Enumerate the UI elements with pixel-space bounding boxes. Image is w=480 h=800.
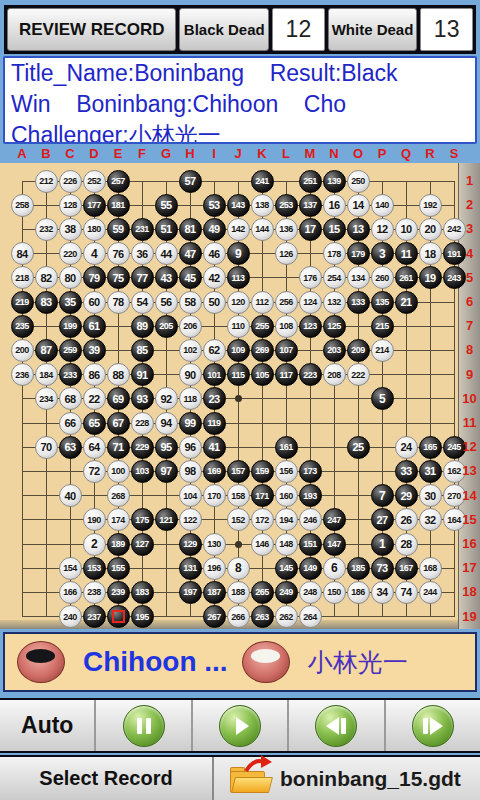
stone-L2: 253 — [275, 194, 298, 217]
stone-D8: 39 — [83, 339, 106, 362]
stone-J15: 152 — [227, 508, 250, 531]
file-bar: Select Record boninbang_15.gdt — [0, 755, 480, 800]
stone-D15: 190 — [83, 508, 106, 531]
stone-P15: 27 — [371, 508, 394, 531]
stone-O9: 222 — [347, 363, 370, 386]
stone-K15: 172 — [251, 508, 274, 531]
file-name: boninbang_15.gdt — [280, 767, 461, 791]
stone-G12: 95 — [155, 436, 178, 459]
info-line-2: Win Boninbang:Chihoon Cho — [11, 89, 469, 120]
stone-I17: 196 — [203, 557, 226, 580]
stone-F3: 231 — [131, 218, 154, 241]
stone-E2: 181 — [107, 194, 130, 217]
stone-Q4: 11 — [395, 242, 418, 265]
stone-E6: 78 — [107, 291, 130, 314]
stone-G2: 55 — [155, 194, 178, 217]
stone-C1: 226 — [59, 170, 82, 193]
black-player-name: Chihoon ... — [83, 646, 228, 678]
stone-K3: 144 — [251, 218, 274, 241]
stone-C4: 220 — [59, 242, 82, 265]
stone-K7: 255 — [251, 315, 274, 338]
stone-J3: 142 — [227, 218, 250, 241]
stone-D9: 86 — [83, 363, 106, 386]
stone-D7: 61 — [83, 315, 106, 338]
stone-M1: 251 — [299, 170, 322, 193]
stone-O6: 133 — [347, 291, 370, 314]
column-label: Q — [394, 146, 418, 162]
row-label: 6 — [460, 294, 479, 309]
stone-E16: 189 — [107, 533, 130, 556]
column-label: P — [370, 146, 394, 162]
row-label: 14 — [460, 488, 479, 503]
stone-P2: 140 — [371, 194, 394, 217]
stone-J4: 9 — [227, 242, 250, 265]
stone-R4: 18 — [419, 242, 442, 265]
stone-I2: 53 — [203, 194, 226, 217]
star-point — [235, 395, 242, 402]
stone-R3: 20 — [419, 218, 442, 241]
stone-C7: 199 — [59, 315, 82, 338]
stone-H14: 104 — [179, 484, 202, 507]
stone-F11: 228 — [131, 412, 154, 435]
step-back-button[interactable] — [289, 700, 385, 751]
stone-N4: 178 — [323, 242, 346, 265]
stone-E12: 71 — [107, 436, 130, 459]
review-record-button[interactable]: REVIEW RECORD — [7, 8, 176, 51]
stone-E13: 100 — [107, 460, 130, 483]
stone-R12: 165 — [419, 436, 442, 459]
stone-R5: 19 — [419, 266, 442, 289]
column-label: E — [106, 146, 130, 162]
row-label: 19 — [460, 609, 479, 624]
stone-E17: 155 — [107, 557, 130, 580]
stone-P5: 260 — [371, 266, 394, 289]
stone-G4: 44 — [155, 242, 178, 265]
stone-L16: 148 — [275, 533, 298, 556]
column-label: S — [442, 146, 466, 162]
stone-B5: 82 — [35, 266, 58, 289]
stone-D19: 237 — [83, 605, 106, 628]
stone-E3: 59 — [107, 218, 130, 241]
step-forward-icon — [412, 705, 454, 747]
stone-I14: 170 — [203, 484, 226, 507]
stone-D5: 79 — [83, 266, 106, 289]
stone-F7: 89 — [131, 315, 154, 338]
stone-O3: 13 — [347, 218, 370, 241]
step-forward-button[interactable] — [386, 700, 480, 751]
column-label: A — [10, 146, 34, 162]
stone-K2: 138 — [251, 194, 274, 217]
stone-C19: 240 — [59, 605, 82, 628]
white-dead-label[interactable]: White Dead — [328, 8, 418, 51]
stone-I8: 62 — [203, 339, 226, 362]
stone-D11: 65 — [83, 412, 106, 435]
stone-C10: 68 — [59, 387, 82, 410]
column-label: B — [34, 146, 58, 162]
stone-H3: 81 — [179, 218, 202, 241]
white-stone-bowl-icon — [242, 641, 290, 683]
playback-controls: Auto — [0, 698, 480, 753]
stone-C18: 166 — [59, 581, 82, 604]
stone-I19: 267 — [203, 605, 226, 628]
stone-N15: 247 — [323, 508, 346, 531]
column-label: R — [418, 146, 442, 162]
stone-L12: 161 — [275, 436, 298, 459]
stone-M5: 176 — [299, 266, 322, 289]
stone-H17: 131 — [179, 557, 202, 580]
row-label: 12 — [460, 439, 479, 454]
stone-K19: 263 — [251, 605, 274, 628]
stone-E1: 257 — [107, 170, 130, 193]
stone-L4: 126 — [275, 242, 298, 265]
row-label: 10 — [460, 391, 479, 406]
stone-M6: 124 — [299, 291, 322, 314]
stone-B3: 232 — [35, 218, 58, 241]
stone-D17: 153 — [83, 557, 106, 580]
stone-K14: 171 — [251, 484, 274, 507]
stone-L9: 117 — [275, 363, 298, 386]
stone-B6: 83 — [35, 291, 58, 314]
stone-M13: 173 — [299, 460, 322, 483]
stone-O17: 185 — [347, 557, 370, 580]
stone-N7: 125 — [323, 315, 346, 338]
stone-F10: 93 — [131, 387, 154, 410]
stone-R15: 32 — [419, 508, 442, 531]
stone-D6: 60 — [83, 291, 106, 314]
stone-H1: 57 — [179, 170, 202, 193]
stone-M18: 248 — [299, 581, 322, 604]
top-bar: REVIEW RECORD Black Dead 12 White Dead 1… — [4, 5, 476, 54]
stone-K13: 159 — [251, 460, 274, 483]
stone-Q6: 21 — [395, 291, 418, 314]
stone-E9: 88 — [107, 363, 130, 386]
stone-M19: 264 — [299, 605, 322, 628]
stone-C5: 80 — [59, 266, 82, 289]
row-label: 11 — [460, 415, 479, 430]
stone-D2: 177 — [83, 194, 106, 217]
stone-J14: 158 — [227, 484, 250, 507]
stone-H6: 58 — [179, 291, 202, 314]
stone-J7: 110 — [227, 315, 250, 338]
column-label: O — [346, 146, 370, 162]
stone-I12: 41 — [203, 436, 226, 459]
stone-Q17: 167 — [395, 557, 418, 580]
stone-N1: 139 — [323, 170, 346, 193]
stone-O1: 250 — [347, 170, 370, 193]
stone-L15: 194 — [275, 508, 298, 531]
stone-P6: 135 — [371, 291, 394, 314]
open-folder-icon — [230, 764, 268, 794]
stone-H11: 99 — [179, 412, 202, 435]
stone-C17: 154 — [59, 557, 82, 580]
row-label: 8 — [460, 342, 479, 357]
star-point — [235, 541, 242, 548]
stone-E15: 174 — [107, 508, 130, 531]
stone-E14: 268 — [107, 484, 130, 507]
stone-C3: 38 — [59, 218, 82, 241]
play-icon — [219, 705, 261, 747]
stone-I16: 130 — [203, 533, 226, 556]
black-stone-bowl-icon — [17, 641, 65, 683]
stone-F4: 36 — [131, 242, 154, 265]
info-line-3: Challenger:小林光一 — [11, 120, 469, 144]
stone-G3: 51 — [155, 218, 178, 241]
stone-F6: 54 — [131, 291, 154, 314]
stone-A9: 236 — [11, 363, 34, 386]
stone-A2: 258 — [11, 194, 34, 217]
stone-F13: 103 — [131, 460, 154, 483]
white-dead-count: 13 — [420, 8, 473, 51]
stone-M3: 17 — [299, 218, 322, 241]
stone-D12: 64 — [83, 436, 106, 459]
stone-L3: 136 — [275, 218, 298, 241]
stone-B10: 234 — [35, 387, 58, 410]
stone-F5: 77 — [131, 266, 154, 289]
row-label: 13 — [460, 463, 479, 478]
stone-C12: 63 — [59, 436, 82, 459]
stone-H15: 122 — [179, 508, 202, 531]
stone-N9: 208 — [323, 363, 346, 386]
row-label: 4 — [460, 246, 479, 261]
stone-M15: 246 — [299, 508, 322, 531]
column-label: J — [226, 146, 250, 162]
stone-F19: 195 — [131, 605, 154, 628]
stone-P10: 5 — [371, 387, 394, 410]
stone-L14: 160 — [275, 484, 298, 507]
row-label: 16 — [460, 536, 479, 551]
stone-K9: 105 — [251, 363, 274, 386]
stone-M2: 137 — [299, 194, 322, 217]
stone-D18: 238 — [83, 581, 106, 604]
column-label: H — [178, 146, 202, 162]
stone-H7: 206 — [179, 315, 202, 338]
row-label: 1 — [460, 173, 479, 188]
stone-N3: 15 — [323, 218, 346, 241]
stone-B12: 70 — [35, 436, 58, 459]
stone-D10: 22 — [83, 387, 106, 410]
row-label: 3 — [460, 221, 479, 236]
black-dead-count: 12 — [272, 8, 325, 51]
stone-K8: 269 — [251, 339, 274, 362]
black-dead-label[interactable]: Black Dead — [179, 8, 269, 51]
stone-B8: 87 — [35, 339, 58, 362]
stone-E5: 75 — [107, 266, 130, 289]
stone-I13: 169 — [203, 460, 226, 483]
row-label: 7 — [460, 318, 479, 333]
stone-K16: 146 — [251, 533, 274, 556]
board-surface[interactable]: 2122262522575724125113925025812817718155… — [0, 163, 480, 629]
stone-H16: 129 — [179, 533, 202, 556]
stone-H8: 102 — [179, 339, 202, 362]
stone-P3: 12 — [371, 218, 394, 241]
stone-Q14: 29 — [395, 484, 418, 507]
stone-H10: 118 — [179, 387, 202, 410]
stone-N8: 203 — [323, 339, 346, 362]
stone-Q18: 74 — [395, 581, 418, 604]
stone-Q3: 10 — [395, 218, 418, 241]
column-label: L — [274, 146, 298, 162]
stone-M14: 193 — [299, 484, 322, 507]
stone-H13: 98 — [179, 460, 202, 483]
stone-B9: 184 — [35, 363, 58, 386]
row-label: 15 — [460, 512, 479, 527]
stone-P16: 1 — [371, 533, 394, 556]
stone-P4: 3 — [371, 242, 394, 265]
stone-C11: 66 — [59, 412, 82, 435]
stone-J17: 8 — [227, 557, 250, 580]
stone-F18: 183 — [131, 581, 154, 604]
stone-R17: 168 — [419, 557, 442, 580]
row-label: 2 — [460, 197, 479, 212]
stone-L6: 256 — [275, 291, 298, 314]
info-line-1: Title_Name:Boninbang Result:Black — [11, 58, 469, 89]
stone-Q5: 261 — [395, 266, 418, 289]
stone-A4: 84 — [11, 242, 34, 265]
stone-I9: 101 — [203, 363, 226, 386]
stone-J6: 120 — [227, 291, 250, 314]
stone-F15: 175 — [131, 508, 154, 531]
stone-E18: 239 — [107, 581, 130, 604]
stone-O12: 25 — [347, 436, 370, 459]
stone-P8: 214 — [371, 339, 394, 362]
stone-J9: 115 — [227, 363, 250, 386]
stone-Q16: 28 — [395, 533, 418, 556]
column-label: D — [82, 146, 106, 162]
select-record-button[interactable]: Select Record — [0, 757, 214, 800]
stone-L13: 156 — [275, 460, 298, 483]
stone-I3: 49 — [203, 218, 226, 241]
stone-Q13: 33 — [395, 460, 418, 483]
stone-I11: 119 — [203, 412, 226, 435]
stone-O18: 186 — [347, 581, 370, 604]
stone-P14: 7 — [371, 484, 394, 507]
stone-C14: 40 — [59, 484, 82, 507]
stone-N17: 6 — [323, 557, 346, 580]
player-bar: Chihoon ... 小林光一 — [3, 632, 477, 692]
stone-C9: 233 — [59, 363, 82, 386]
stone-O5: 134 — [347, 266, 370, 289]
stone-E4: 76 — [107, 242, 130, 265]
stone-M16: 151 — [299, 533, 322, 556]
play-button[interactable] — [193, 700, 289, 751]
stone-O8: 209 — [347, 339, 370, 362]
column-label: M — [298, 146, 322, 162]
stone-L19: 262 — [275, 605, 298, 628]
row-label: 18 — [460, 584, 479, 599]
stone-B1: 212 — [35, 170, 58, 193]
stone-K18: 265 — [251, 581, 274, 604]
stone-Q15: 26 — [395, 508, 418, 531]
stone-D1: 252 — [83, 170, 106, 193]
file-open-area[interactable]: boninbang_15.gdt — [214, 757, 480, 800]
stone-F8: 85 — [131, 339, 154, 362]
stone-P18: 34 — [371, 581, 394, 604]
stone-M7: 123 — [299, 315, 322, 338]
app-screen: REVIEW RECORD Black Dead 12 White Dead 1… — [0, 0, 480, 800]
stone-J5: 113 — [227, 266, 250, 289]
row-label: 5 — [460, 270, 479, 285]
stone-J18: 188 — [227, 581, 250, 604]
stone-D13: 72 — [83, 460, 106, 483]
stone-H5: 45 — [179, 266, 202, 289]
step-back-icon — [315, 705, 357, 747]
column-label: N — [322, 146, 346, 162]
board-column-labels: ABCDEFGHIJKLMNOPQRS — [10, 146, 466, 162]
stone-N16: 147 — [323, 533, 346, 556]
stone-N6: 132 — [323, 291, 346, 314]
stone-L7: 108 — [275, 315, 298, 338]
stone-K1: 241 — [251, 170, 274, 193]
column-label: G — [154, 146, 178, 162]
row-label: 9 — [460, 367, 479, 382]
stone-K6: 112 — [251, 291, 274, 314]
column-label: K — [250, 146, 274, 162]
stone-F12: 229 — [131, 436, 154, 459]
stone-H9: 90 — [179, 363, 202, 386]
stone-I5: 42 — [203, 266, 226, 289]
stone-O4: 179 — [347, 242, 370, 265]
stone-I10: 23 — [203, 387, 226, 410]
stone-A8: 200 — [11, 339, 34, 362]
stone-G11: 94 — [155, 412, 178, 435]
stone-Q12: 24 — [395, 436, 418, 459]
stone-M9: 223 — [299, 363, 322, 386]
stone-R14: 30 — [419, 484, 442, 507]
current-move-marker — [112, 610, 125, 623]
stone-G15: 121 — [155, 508, 178, 531]
stone-L18: 249 — [275, 581, 298, 604]
stone-L8: 107 — [275, 339, 298, 362]
stone-H12: 96 — [179, 436, 202, 459]
stone-E10: 69 — [107, 387, 130, 410]
stone-G5: 43 — [155, 266, 178, 289]
stone-D4: 4 — [83, 242, 106, 265]
game-info-box: Title_Name:Boninbang Result:Black Win Bo… — [3, 56, 477, 144]
stone-D3: 180 — [83, 218, 106, 241]
stone-A7: 235 — [11, 315, 34, 338]
stone-O2: 14 — [347, 194, 370, 217]
row-label: 17 — [460, 560, 479, 575]
stone-C6: 35 — [59, 291, 82, 314]
stone-J8: 109 — [227, 339, 250, 362]
stone-M17: 149 — [299, 557, 322, 580]
column-label: F — [130, 146, 154, 162]
stone-E11: 67 — [107, 412, 130, 435]
stone-H4: 47 — [179, 242, 202, 265]
stone-I6: 50 — [203, 291, 226, 314]
stone-J2: 143 — [227, 194, 250, 217]
stone-C8: 259 — [59, 339, 82, 362]
stone-L17: 145 — [275, 557, 298, 580]
column-label: C — [58, 146, 82, 162]
stone-G10: 92 — [155, 387, 178, 410]
stone-R2: 192 — [419, 194, 442, 217]
stone-R18: 244 — [419, 581, 442, 604]
stone-H18: 197 — [179, 581, 202, 604]
stone-G13: 97 — [155, 460, 178, 483]
stone-N18: 150 — [323, 581, 346, 604]
stone-C2: 128 — [59, 194, 82, 217]
stone-P17: 73 — [371, 557, 394, 580]
stone-N2: 16 — [323, 194, 346, 217]
pause-button[interactable] — [96, 700, 192, 751]
auto-button[interactable]: Auto — [0, 700, 96, 751]
stone-P7: 215 — [371, 315, 394, 338]
current-move-stone-E19 — [107, 605, 130, 628]
stone-G7: 205 — [155, 315, 178, 338]
stone-J19: 266 — [227, 605, 250, 628]
stone-N5: 254 — [323, 266, 346, 289]
